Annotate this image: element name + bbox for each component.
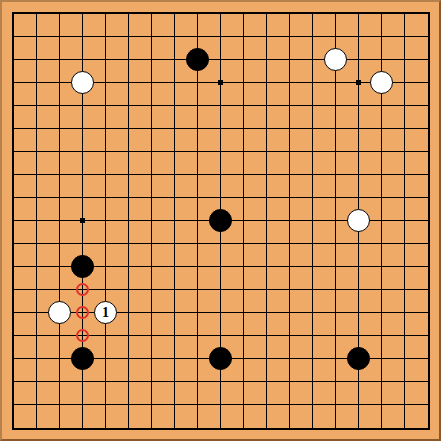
grid-line-horizontal — [14, 151, 428, 152]
grid-line-horizontal — [14, 105, 428, 106]
white-stone — [71, 71, 94, 94]
grid-line-vertical — [197, 14, 198, 428]
move-number-label: 1 — [102, 306, 109, 320]
grid-line-vertical — [404, 14, 405, 428]
grid-line-vertical — [312, 14, 313, 428]
grid-line-horizontal — [14, 128, 428, 129]
grid-line-vertical — [174, 14, 175, 428]
black-stone — [209, 347, 232, 370]
go-board-grid: 1 — [2, 2, 439, 439]
grid-line-vertical — [105, 14, 106, 428]
black-stone — [71, 255, 94, 278]
grid-line-horizontal — [14, 36, 428, 37]
black-stone — [209, 209, 232, 232]
black-stone — [71, 347, 94, 370]
grid-line-vertical — [59, 14, 60, 428]
white-stone — [370, 71, 393, 94]
circle-marker — [76, 283, 89, 296]
white-stone — [324, 48, 347, 71]
black-stone — [186, 48, 209, 71]
grid-line-vertical — [128, 14, 129, 428]
grid-line-horizontal — [14, 381, 428, 382]
white-stone-move-1: 1 — [94, 301, 117, 324]
grid-line-horizontal — [14, 174, 428, 175]
black-stone — [347, 347, 370, 370]
white-stone — [347, 209, 370, 232]
circle-marker — [76, 306, 89, 319]
star-point — [356, 80, 361, 85]
star-point — [218, 80, 223, 85]
white-stone — [48, 301, 71, 324]
grid-line-vertical — [266, 14, 267, 428]
grid-line-vertical — [335, 14, 336, 428]
grid-line-horizontal — [14, 59, 428, 60]
grid-line-horizontal — [14, 197, 428, 198]
star-point — [80, 218, 85, 223]
grid-line-vertical — [243, 14, 244, 428]
go-board: 1 — [0, 0, 441, 441]
grid-line-horizontal — [14, 243, 428, 244]
grid-line-vertical — [289, 14, 290, 428]
grid-line-vertical — [151, 14, 152, 428]
grid-line-vertical — [36, 14, 37, 428]
grid-line-horizontal — [14, 404, 428, 405]
circle-marker — [76, 329, 89, 342]
